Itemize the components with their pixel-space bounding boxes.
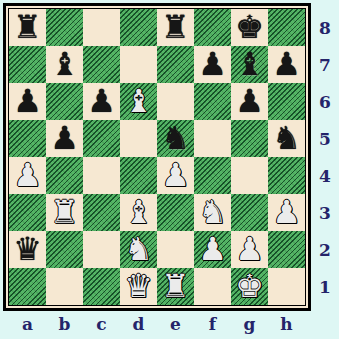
square-c8[interactable] xyxy=(83,9,120,46)
square-b1[interactable] xyxy=(46,268,83,305)
piece-white-pawn[interactable]: ♟ xyxy=(198,233,227,265)
piece-white-pawn[interactable]: ♟ xyxy=(161,159,190,191)
square-c1[interactable] xyxy=(83,268,120,305)
rank-labels: 87654321 xyxy=(313,9,337,305)
square-a4[interactable]: ♟ xyxy=(9,157,46,194)
file-label-e: e xyxy=(157,310,194,337)
square-b3[interactable]: ♜ xyxy=(46,194,83,231)
square-g4[interactable] xyxy=(231,157,268,194)
square-b4[interactable] xyxy=(46,157,83,194)
piece-black-king[interactable]: ♚ xyxy=(235,11,264,43)
square-c2[interactable] xyxy=(83,231,120,268)
square-c3[interactable] xyxy=(83,194,120,231)
square-e8[interactable]: ♜ xyxy=(157,9,194,46)
square-a5[interactable] xyxy=(9,120,46,157)
square-a1[interactable] xyxy=(9,268,46,305)
chess-board-frame: ♜♜♚♝♟♝♟♟♟♝♟♟♞♞♟♟♜♝♞♟♛♞♟♟♛♜♚ xyxy=(3,3,311,311)
rank-label-5: 5 xyxy=(313,120,337,157)
square-h4[interactable] xyxy=(268,157,305,194)
square-c4[interactable] xyxy=(83,157,120,194)
square-c7[interactable] xyxy=(83,46,120,83)
rank-label-1: 1 xyxy=(313,268,337,305)
piece-white-pawn[interactable]: ♟ xyxy=(235,233,264,265)
piece-white-knight[interactable]: ♞ xyxy=(124,233,153,265)
piece-white-rook[interactable]: ♜ xyxy=(50,196,79,228)
square-f4[interactable] xyxy=(194,157,231,194)
square-f2[interactable]: ♟ xyxy=(194,231,231,268)
square-e7[interactable] xyxy=(157,46,194,83)
piece-white-bishop[interactable]: ♝ xyxy=(124,196,153,228)
square-f8[interactable] xyxy=(194,9,231,46)
square-d2[interactable]: ♞ xyxy=(120,231,157,268)
piece-white-king[interactable]: ♚ xyxy=(235,270,264,302)
rank-label-8: 8 xyxy=(313,9,337,46)
file-label-f: f xyxy=(194,310,231,337)
file-label-a: a xyxy=(9,310,46,337)
rank-label-7: 7 xyxy=(313,46,337,83)
square-a7[interactable] xyxy=(9,46,46,83)
piece-black-pawn[interactable]: ♟ xyxy=(235,85,264,117)
square-a2[interactable]: ♛ xyxy=(9,231,46,268)
square-a6[interactable]: ♟ xyxy=(9,83,46,120)
rank-label-3: 3 xyxy=(313,194,337,231)
square-d1[interactable]: ♛ xyxy=(120,268,157,305)
square-g8[interactable]: ♚ xyxy=(231,9,268,46)
file-label-c: c xyxy=(83,310,120,337)
square-h8[interactable] xyxy=(268,9,305,46)
square-e5[interactable]: ♞ xyxy=(157,120,194,157)
square-f1[interactable] xyxy=(194,268,231,305)
piece-white-queen[interactable]: ♛ xyxy=(124,270,153,302)
square-d8[interactable] xyxy=(120,9,157,46)
chess-board: ♜♜♚♝♟♝♟♟♟♝♟♟♞♞♟♟♜♝♞♟♛♞♟♟♛♜♚ xyxy=(8,8,306,306)
square-e6[interactable] xyxy=(157,83,194,120)
square-a3[interactable] xyxy=(9,194,46,231)
square-e1[interactable]: ♜ xyxy=(157,268,194,305)
square-b8[interactable] xyxy=(46,9,83,46)
file-label-d: d xyxy=(120,310,157,337)
square-b2[interactable] xyxy=(46,231,83,268)
square-g6[interactable]: ♟ xyxy=(231,83,268,120)
square-h5[interactable]: ♞ xyxy=(268,120,305,157)
rank-label-4: 4 xyxy=(313,157,337,194)
piece-white-bishop[interactable]: ♝ xyxy=(124,85,153,117)
square-h7[interactable]: ♟ xyxy=(268,46,305,83)
piece-black-pawn[interactable]: ♟ xyxy=(13,85,42,117)
piece-black-pawn[interactable]: ♟ xyxy=(272,48,301,80)
square-g5[interactable] xyxy=(231,120,268,157)
square-e4[interactable]: ♟ xyxy=(157,157,194,194)
square-e2[interactable] xyxy=(157,231,194,268)
piece-black-bishop[interactable]: ♝ xyxy=(235,48,264,80)
square-h3[interactable]: ♟ xyxy=(268,194,305,231)
square-f3[interactable]: ♞ xyxy=(194,194,231,231)
piece-black-rook[interactable]: ♜ xyxy=(13,11,42,43)
file-label-b: b xyxy=(46,310,83,337)
square-d5[interactable] xyxy=(120,120,157,157)
piece-white-pawn[interactable]: ♟ xyxy=(272,196,301,228)
piece-white-pawn[interactable]: ♟ xyxy=(13,159,42,191)
square-f5[interactable] xyxy=(194,120,231,157)
rank-label-2: 2 xyxy=(313,231,337,268)
square-b5[interactable]: ♟ xyxy=(46,120,83,157)
square-c6[interactable]: ♟ xyxy=(83,83,120,120)
piece-black-rook[interactable]: ♜ xyxy=(161,11,190,43)
piece-black-knight[interactable]: ♞ xyxy=(161,122,190,154)
piece-white-rook[interactable]: ♜ xyxy=(161,270,190,302)
square-g2[interactable]: ♟ xyxy=(231,231,268,268)
square-g3[interactable] xyxy=(231,194,268,231)
square-e3[interactable] xyxy=(157,194,194,231)
square-g1[interactable]: ♚ xyxy=(231,268,268,305)
file-label-g: g xyxy=(231,310,268,337)
piece-black-queen[interactable]: ♛ xyxy=(13,233,42,265)
square-h6[interactable] xyxy=(268,83,305,120)
square-d7[interactable] xyxy=(120,46,157,83)
piece-black-knight[interactable]: ♞ xyxy=(272,122,301,154)
piece-black-bishop[interactable]: ♝ xyxy=(50,48,79,80)
square-d3[interactable]: ♝ xyxy=(120,194,157,231)
square-b7[interactable]: ♝ xyxy=(46,46,83,83)
square-h1[interactable] xyxy=(268,268,305,305)
square-f7[interactable]: ♟ xyxy=(194,46,231,83)
piece-black-pawn[interactable]: ♟ xyxy=(198,48,227,80)
square-a8[interactable]: ♜ xyxy=(9,9,46,46)
square-b6[interactable] xyxy=(46,83,83,120)
file-label-h: h xyxy=(268,310,305,337)
square-c5[interactable] xyxy=(83,120,120,157)
rank-label-6: 6 xyxy=(313,83,337,120)
square-g7[interactable]: ♝ xyxy=(231,46,268,83)
square-d4[interactable] xyxy=(120,157,157,194)
square-f6[interactable] xyxy=(194,83,231,120)
square-d6[interactable]: ♝ xyxy=(120,83,157,120)
square-h2[interactable] xyxy=(268,231,305,268)
piece-white-knight[interactable]: ♞ xyxy=(198,196,227,228)
piece-black-pawn[interactable]: ♟ xyxy=(87,85,116,117)
file-labels: abcdefgh xyxy=(9,310,305,337)
piece-black-pawn[interactable]: ♟ xyxy=(50,122,79,154)
